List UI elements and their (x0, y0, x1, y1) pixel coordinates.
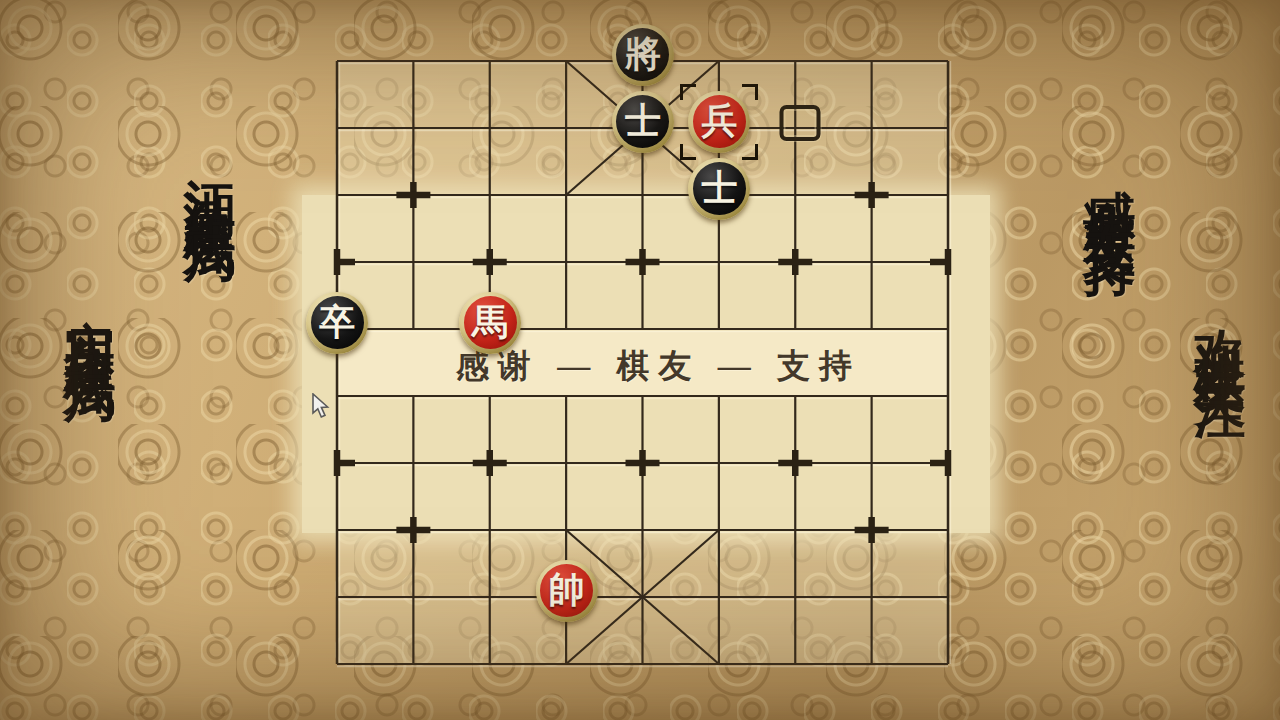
side-text-right-outer: 欢迎棋友关注 (1184, 288, 1254, 354)
side-text-right-inner: 感谢棋友支持 (1074, 148, 1144, 214)
piece-glyph: 士 (693, 162, 746, 215)
board-grid[interactable]: 將士兵士卒馬帥 (299, 27, 987, 697)
piece-red-horse[interactable]: 馬 (459, 292, 521, 354)
piece-black-advisor-2[interactable]: 士 (688, 158, 750, 220)
piece-glyph: 士 (616, 95, 669, 148)
piece-red-general[interactable]: 帥 (536, 560, 598, 622)
piece-glyph: 將 (616, 28, 669, 81)
side-text-left-inner: 江湖象棋残局 (174, 138, 244, 204)
piece-glyph: 帥 (540, 564, 593, 617)
piece-glyph: 馬 (464, 296, 517, 349)
side-text-left-outer: 实用象棋残局 (54, 278, 124, 344)
piece-black-soldier[interactable]: 卒 (306, 292, 368, 354)
piece-black-general[interactable]: 將 (612, 24, 674, 86)
piece-glyph: 卒 (311, 296, 364, 349)
piece-glyph: 兵 (693, 95, 746, 148)
piece-red-soldier[interactable]: 兵 (688, 91, 750, 153)
xiangqi-endgame-screen: 感谢 — 棋友 — 支持 將士兵士卒馬帥 江湖象棋残局 实用象棋残局 感谢棋友支… (0, 0, 1280, 720)
piece-black-advisor-1[interactable]: 士 (612, 91, 674, 153)
